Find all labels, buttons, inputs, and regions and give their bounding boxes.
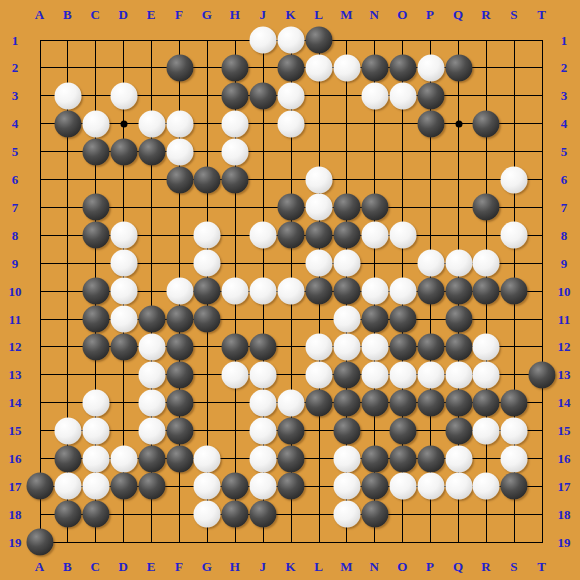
row-label-left: 1: [12, 33, 19, 46]
stone-black[interactable]: [82, 194, 109, 221]
stone-black[interactable]: [333, 389, 360, 416]
stone-white[interactable]: [389, 278, 416, 305]
row-label-left: 3: [12, 89, 19, 102]
row-label-right: 18: [558, 507, 571, 520]
row-label-right: 8: [561, 228, 568, 241]
stone-black[interactable]: [278, 222, 305, 249]
column-label-bottom: M: [340, 560, 352, 573]
stone-black[interactable]: [166, 361, 193, 388]
stone-white[interactable]: [138, 110, 165, 137]
column-label-top: C: [91, 8, 100, 21]
stone-white[interactable]: [82, 445, 109, 472]
stone-white[interactable]: [138, 389, 165, 416]
row-label-right: 17: [558, 479, 571, 492]
stone-white[interactable]: [501, 417, 528, 444]
stone-white[interactable]: [306, 361, 333, 388]
column-label-top: Q: [453, 8, 463, 21]
column-label-bottom: E: [147, 560, 156, 573]
stone-black[interactable]: [361, 501, 388, 528]
stone-black[interactable]: [82, 278, 109, 305]
stone-white[interactable]: [278, 110, 305, 137]
stone-black[interactable]: [222, 54, 249, 81]
stone-white[interactable]: [445, 473, 472, 500]
stone-black[interactable]: [417, 110, 444, 137]
stone-black[interactable]: [166, 417, 193, 444]
stone-black[interactable]: [333, 222, 360, 249]
row-label-left: 18: [9, 507, 22, 520]
stone-black[interactable]: [333, 194, 360, 221]
row-label-right: 13: [558, 368, 571, 381]
stone-black[interactable]: [445, 306, 472, 333]
stone-black[interactable]: [278, 445, 305, 472]
column-label-bottom: D: [118, 560, 127, 573]
stone-black[interactable]: [110, 333, 137, 360]
stone-black[interactable]: [417, 445, 444, 472]
row-label-left: 15: [9, 424, 22, 437]
stone-white[interactable]: [501, 445, 528, 472]
row-label-left: 9: [12, 256, 19, 269]
stone-black[interactable]: [445, 389, 472, 416]
stone-white[interactable]: [82, 110, 109, 137]
stone-black[interactable]: [445, 417, 472, 444]
column-label-bottom: J: [259, 560, 266, 573]
stone-white[interactable]: [82, 473, 109, 500]
stone-white[interactable]: [333, 54, 360, 81]
stone-black[interactable]: [445, 54, 472, 81]
stone-black[interactable]: [417, 333, 444, 360]
column-label-top: G: [202, 8, 212, 21]
column-label-top: R: [481, 8, 490, 21]
stone-black[interactable]: [138, 445, 165, 472]
stone-white[interactable]: [110, 82, 137, 109]
column-label-top: T: [537, 8, 546, 21]
row-label-left: 11: [9, 312, 21, 325]
column-label-top: L: [314, 8, 323, 21]
stone-white[interactable]: [361, 361, 388, 388]
row-label-right: 15: [558, 424, 571, 437]
row-label-right: 14: [558, 396, 571, 409]
stone-white[interactable]: [389, 222, 416, 249]
stone-black[interactable]: [501, 389, 528, 416]
row-label-right: 7: [561, 200, 568, 213]
stone-black[interactable]: [445, 333, 472, 360]
column-label-bottom: B: [63, 560, 72, 573]
column-label-bottom: K: [286, 560, 296, 573]
stone-white[interactable]: [389, 82, 416, 109]
column-label-top: F: [175, 8, 183, 21]
stone-black[interactable]: [389, 445, 416, 472]
stone-white[interactable]: [138, 361, 165, 388]
row-label-left: 16: [9, 452, 22, 465]
stone-white[interactable]: [250, 389, 277, 416]
column-label-top: A: [35, 8, 44, 21]
stone-black[interactable]: [501, 473, 528, 500]
stone-white[interactable]: [110, 278, 137, 305]
stone-black[interactable]: [222, 166, 249, 193]
stone-white[interactable]: [333, 501, 360, 528]
stone-black[interactable]: [473, 278, 500, 305]
stone-white[interactable]: [333, 333, 360, 360]
stone-white[interactable]: [473, 250, 500, 277]
stone-black[interactable]: [389, 54, 416, 81]
column-label-top: P: [426, 8, 434, 21]
stone-white[interactable]: [250, 278, 277, 305]
stone-white[interactable]: [333, 306, 360, 333]
stone-black[interactable]: [529, 361, 556, 388]
stone-white[interactable]: [110, 250, 137, 277]
column-label-bottom: R: [481, 560, 490, 573]
stone-white[interactable]: [417, 250, 444, 277]
stone-white[interactable]: [306, 194, 333, 221]
stone-black[interactable]: [166, 333, 193, 360]
stone-black[interactable]: [82, 333, 109, 360]
stone-black[interactable]: [82, 501, 109, 528]
stone-white[interactable]: [417, 54, 444, 81]
stone-black[interactable]: [110, 138, 137, 165]
stone-black[interactable]: [501, 278, 528, 305]
stone-black[interactable]: [82, 138, 109, 165]
stone-black[interactable]: [222, 473, 249, 500]
stone-white[interactable]: [473, 333, 500, 360]
stone-black[interactable]: [166, 54, 193, 81]
column-label-top: S: [510, 8, 517, 21]
row-label-left: 14: [9, 396, 22, 409]
star-point: [455, 120, 462, 127]
row-label-left: 5: [12, 145, 19, 158]
stone-black[interactable]: [54, 501, 81, 528]
stone-white[interactable]: [501, 222, 528, 249]
stone-black[interactable]: [417, 389, 444, 416]
stone-black[interactable]: [278, 417, 305, 444]
stone-white[interactable]: [222, 138, 249, 165]
stone-black[interactable]: [306, 389, 333, 416]
stone-white[interactable]: [361, 333, 388, 360]
column-label-top: N: [370, 8, 379, 21]
stone-black[interactable]: [27, 473, 54, 500]
stone-white[interactable]: [417, 361, 444, 388]
stone-black[interactable]: [306, 222, 333, 249]
stone-white[interactable]: [110, 306, 137, 333]
stone-white[interactable]: [361, 222, 388, 249]
column-label-bottom: F: [175, 560, 183, 573]
stone-white[interactable]: [222, 361, 249, 388]
grid-line-horizontal: [40, 514, 543, 515]
column-label-bottom: T: [537, 560, 546, 573]
stone-white[interactable]: [445, 250, 472, 277]
grid-line-vertical: [542, 40, 543, 543]
stone-black[interactable]: [138, 138, 165, 165]
stone-white[interactable]: [278, 27, 305, 54]
stone-black[interactable]: [222, 82, 249, 109]
stone-white[interactable]: [306, 333, 333, 360]
stone-black[interactable]: [250, 82, 277, 109]
column-label-bottom: H: [230, 560, 240, 573]
stone-white[interactable]: [333, 445, 360, 472]
stone-black[interactable]: [166, 389, 193, 416]
row-label-right: 1: [561, 33, 568, 46]
stone-black[interactable]: [138, 473, 165, 500]
stone-white[interactable]: [166, 278, 193, 305]
stone-black[interactable]: [222, 501, 249, 528]
stone-white[interactable]: [361, 278, 388, 305]
stone-white[interactable]: [166, 110, 193, 137]
stone-white[interactable]: [194, 501, 221, 528]
stone-black[interactable]: [473, 194, 500, 221]
column-label-top: D: [118, 8, 127, 21]
stone-white[interactable]: [194, 473, 221, 500]
stone-black[interactable]: [306, 278, 333, 305]
grid-line-horizontal: [40, 542, 543, 543]
stone-black[interactable]: [333, 417, 360, 444]
stone-white[interactable]: [222, 278, 249, 305]
stone-black[interactable]: [361, 306, 388, 333]
stone-white[interactable]: [54, 473, 81, 500]
stone-black[interactable]: [333, 278, 360, 305]
stone-white[interactable]: [306, 54, 333, 81]
row-label-right: 2: [561, 61, 568, 74]
column-label-top: O: [397, 8, 407, 21]
stone-black[interactable]: [333, 361, 360, 388]
stone-black[interactable]: [138, 306, 165, 333]
stone-black[interactable]: [250, 501, 277, 528]
column-label-top: M: [340, 8, 352, 21]
stone-white[interactable]: [250, 27, 277, 54]
stone-black[interactable]: [361, 389, 388, 416]
stone-white[interactable]: [306, 166, 333, 193]
stone-white[interactable]: [82, 417, 109, 444]
row-label-left: 19: [9, 535, 22, 548]
stone-white[interactable]: [417, 473, 444, 500]
stone-black[interactable]: [278, 194, 305, 221]
stone-black[interactable]: [166, 166, 193, 193]
column-label-top: H: [230, 8, 240, 21]
stone-black[interactable]: [473, 110, 500, 137]
stone-white[interactable]: [138, 417, 165, 444]
stone-black[interactable]: [82, 222, 109, 249]
stone-black[interactable]: [389, 417, 416, 444]
stone-white[interactable]: [473, 361, 500, 388]
stone-black[interactable]: [445, 278, 472, 305]
stone-white[interactable]: [333, 250, 360, 277]
stone-white[interactable]: [333, 473, 360, 500]
column-label-bottom: O: [397, 560, 407, 573]
row-label-left: 10: [9, 284, 22, 297]
stone-white[interactable]: [194, 445, 221, 472]
stone-black[interactable]: [82, 306, 109, 333]
stone-black[interactable]: [306, 27, 333, 54]
stone-white[interactable]: [250, 445, 277, 472]
stone-black[interactable]: [361, 54, 388, 81]
row-label-left: 12: [9, 340, 22, 353]
stone-black[interactable]: [54, 445, 81, 472]
stone-white[interactable]: [54, 82, 81, 109]
stone-black[interactable]: [250, 333, 277, 360]
stone-black[interactable]: [417, 278, 444, 305]
stone-white[interactable]: [278, 278, 305, 305]
stone-white[interactable]: [110, 222, 137, 249]
stone-black[interactable]: [110, 473, 137, 500]
column-label-top: J: [259, 8, 266, 21]
stone-white[interactable]: [389, 361, 416, 388]
stone-white[interactable]: [501, 166, 528, 193]
row-label-right: 6: [561, 173, 568, 186]
row-label-left: 4: [12, 117, 19, 130]
stone-white[interactable]: [250, 222, 277, 249]
stone-black[interactable]: [27, 529, 54, 556]
stone-white[interactable]: [445, 445, 472, 472]
stone-white[interactable]: [278, 82, 305, 109]
stone-black[interactable]: [166, 445, 193, 472]
column-label-top: B: [63, 8, 72, 21]
go-board-screen: AABBCCDDEEFFGGHHJJKKLLMMNNOOPPQQRRSSTT11…: [0, 0, 580, 580]
stone-black[interactable]: [194, 278, 221, 305]
row-label-right: 16: [558, 452, 571, 465]
stone-black[interactable]: [194, 166, 221, 193]
column-label-top: K: [286, 8, 296, 21]
stone-black[interactable]: [278, 473, 305, 500]
stone-black[interactable]: [389, 306, 416, 333]
row-label-left: 2: [12, 61, 19, 74]
stone-black[interactable]: [222, 333, 249, 360]
column-label-bottom: Q: [453, 560, 463, 573]
stone-white[interactable]: [222, 110, 249, 137]
stone-white[interactable]: [445, 361, 472, 388]
stone-black[interactable]: [194, 306, 221, 333]
row-label-left: 13: [9, 368, 22, 381]
stone-white[interactable]: [138, 333, 165, 360]
stone-black[interactable]: [473, 389, 500, 416]
stone-white[interactable]: [166, 138, 193, 165]
column-label-bottom: G: [202, 560, 212, 573]
row-label-right: 9: [561, 256, 568, 269]
column-label-bottom: A: [35, 560, 44, 573]
stone-white[interactable]: [250, 361, 277, 388]
stone-white[interactable]: [473, 473, 500, 500]
row-label-right: 3: [561, 89, 568, 102]
stone-black[interactable]: [361, 445, 388, 472]
row-label-right: 5: [561, 145, 568, 158]
stone-white[interactable]: [278, 389, 305, 416]
stone-white[interactable]: [250, 417, 277, 444]
stone-black[interactable]: [389, 333, 416, 360]
row-label-right: 11: [558, 312, 570, 325]
row-label-left: 8: [12, 228, 19, 241]
row-label-right: 10: [558, 284, 571, 297]
stone-black[interactable]: [361, 194, 388, 221]
stone-black[interactable]: [54, 110, 81, 137]
stone-white[interactable]: [473, 417, 500, 444]
stone-white[interactable]: [110, 445, 137, 472]
stone-black[interactable]: [166, 306, 193, 333]
column-label-top: E: [147, 8, 156, 21]
stone-white[interactable]: [361, 82, 388, 109]
column-label-bottom: C: [91, 560, 100, 573]
column-label-bottom: N: [370, 560, 379, 573]
stone-black[interactable]: [278, 54, 305, 81]
row-label-right: 4: [561, 117, 568, 130]
stone-black[interactable]: [417, 82, 444, 109]
stone-white[interactable]: [194, 250, 221, 277]
row-label-left: 6: [12, 173, 19, 186]
stone-black[interactable]: [389, 389, 416, 416]
column-label-bottom: S: [510, 560, 517, 573]
row-label-right: 19: [558, 535, 571, 548]
row-label-left: 7: [12, 200, 19, 213]
stone-white[interactable]: [389, 473, 416, 500]
stone-white[interactable]: [82, 389, 109, 416]
stone-white[interactable]: [54, 417, 81, 444]
stone-white[interactable]: [250, 473, 277, 500]
stone-white[interactable]: [306, 250, 333, 277]
stone-white[interactable]: [194, 222, 221, 249]
star-point: [120, 120, 127, 127]
row-label-right: 12: [558, 340, 571, 353]
column-label-bottom: P: [426, 560, 434, 573]
row-label-left: 17: [9, 479, 22, 492]
column-label-bottom: L: [314, 560, 323, 573]
stone-black[interactable]: [361, 473, 388, 500]
